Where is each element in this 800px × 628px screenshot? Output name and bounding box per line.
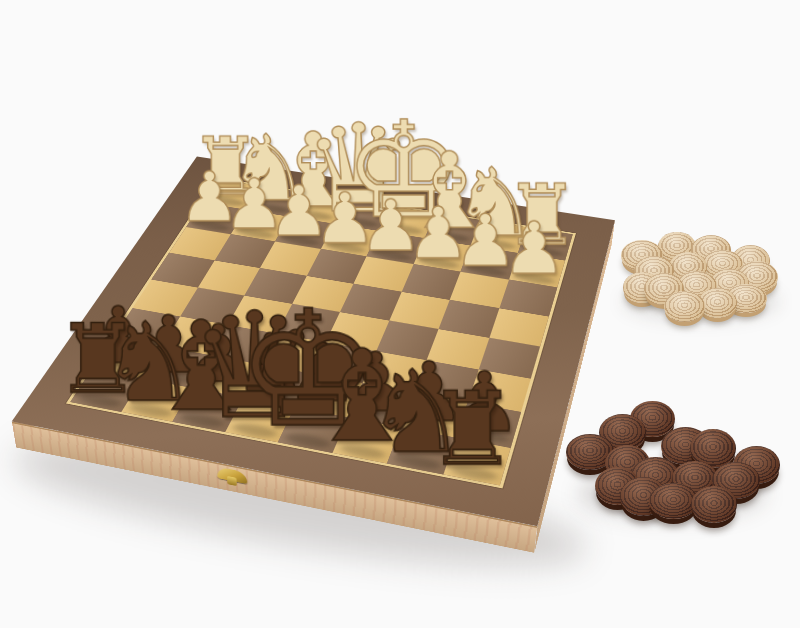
- product-photo-stage: ♜♞♝♛♚♝♞♜♟♟♟♟♟♟♟♟♟♟♟♟♟♟♟♟♜♞♝♛♚♝♞♜: [0, 0, 800, 628]
- chess-board: ♜♞♝♛♚♝♞♜♟♟♟♟♟♟♟♟♟♟♟♟♟♟♟♟♜♞♝♛♚♝♞♜: [12, 157, 615, 527]
- square-g6: [450, 272, 509, 308]
- board-perspective-wrap: ♜♞♝♛♚♝♞♜♟♟♟♟♟♟♟♟♟♟♟♟♟♟♟♟♜♞♝♛♚♝♞♜: [98, 70, 582, 554]
- square-h1: ♜: [443, 437, 511, 485]
- dark-checker-disc: [649, 483, 698, 519]
- light-checker-disc: [664, 291, 705, 322]
- piece-anchor: ♜: [443, 437, 511, 485]
- black-rook: ♜: [427, 379, 517, 480]
- board-grid: ♜♞♝♛♚♝♞♜♟♟♟♟♟♟♟♟♟♟♟♟♟♟♟♟♜♞♝♛♚♝♞♜: [70, 179, 572, 485]
- piece-anchor: ♟: [509, 253, 566, 288]
- dark-checker-disc: [691, 486, 737, 523]
- white-pawn: ♟: [501, 212, 566, 284]
- brass-clasp: [217, 467, 248, 485]
- square-h7: ♟: [509, 253, 566, 288]
